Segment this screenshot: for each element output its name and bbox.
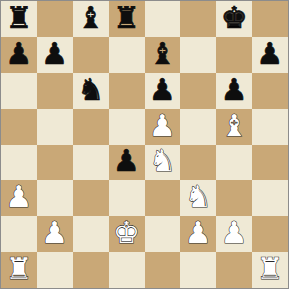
square-a7[interactable]: ♟ <box>1 37 37 73</box>
square-b8[interactable] <box>37 1 73 37</box>
chess-board: ♜♝♜♚♟♟♝♟♞♟♟♟♝♟♞♟♞♟♚♟♟♜♜ <box>0 0 289 289</box>
piece-white-knight: ♞ <box>185 182 212 212</box>
piece-black-pawn: ♟ <box>257 39 284 69</box>
square-g8[interactable]: ♚ <box>216 1 252 37</box>
piece-white-pawn: ♟ <box>221 218 248 248</box>
square-b2[interactable]: ♟ <box>37 216 73 252</box>
square-c3[interactable] <box>73 180 109 216</box>
piece-black-rook: ♜ <box>5 3 32 33</box>
square-g5[interactable]: ♝ <box>216 109 252 145</box>
square-e6[interactable]: ♟ <box>145 73 181 109</box>
square-b4[interactable] <box>37 145 73 181</box>
piece-black-king: ♚ <box>221 3 248 33</box>
square-c7[interactable] <box>73 37 109 73</box>
square-h3[interactable] <box>252 180 288 216</box>
piece-black-pawn: ♟ <box>41 39 68 69</box>
square-a5[interactable] <box>1 109 37 145</box>
square-e4[interactable]: ♞ <box>145 145 181 181</box>
square-c5[interactable] <box>73 109 109 145</box>
square-c6[interactable]: ♞ <box>73 73 109 109</box>
piece-black-rook: ♜ <box>113 3 140 33</box>
piece-black-pawn: ♟ <box>113 146 140 176</box>
square-f8[interactable] <box>180 1 216 37</box>
square-e7[interactable]: ♝ <box>145 37 181 73</box>
square-f6[interactable] <box>180 73 216 109</box>
piece-black-pawn: ♟ <box>221 75 248 105</box>
square-h8[interactable] <box>252 1 288 37</box>
square-b3[interactable] <box>37 180 73 216</box>
square-h6[interactable] <box>252 73 288 109</box>
piece-white-king: ♚ <box>113 218 140 248</box>
piece-white-rook: ♜ <box>257 254 284 284</box>
square-d1[interactable] <box>109 252 145 288</box>
square-d2[interactable]: ♚ <box>109 216 145 252</box>
piece-white-pawn: ♟ <box>5 182 32 212</box>
square-c2[interactable] <box>73 216 109 252</box>
piece-black-pawn: ♟ <box>149 75 176 105</box>
square-a2[interactable] <box>1 216 37 252</box>
piece-white-knight: ♞ <box>149 146 176 176</box>
piece-white-pawn: ♟ <box>149 111 176 141</box>
square-d3[interactable] <box>109 180 145 216</box>
square-g2[interactable]: ♟ <box>216 216 252 252</box>
square-d8[interactable]: ♜ <box>109 1 145 37</box>
square-h7[interactable]: ♟ <box>252 37 288 73</box>
square-h4[interactable] <box>252 145 288 181</box>
square-f5[interactable] <box>180 109 216 145</box>
square-g4[interactable] <box>216 145 252 181</box>
square-g7[interactable] <box>216 37 252 73</box>
square-g1[interactable] <box>216 252 252 288</box>
square-f1[interactable] <box>180 252 216 288</box>
square-c8[interactable]: ♝ <box>73 1 109 37</box>
square-c4[interactable] <box>73 145 109 181</box>
square-c1[interactable] <box>73 252 109 288</box>
piece-white-pawn: ♟ <box>41 218 68 248</box>
piece-black-bishop: ♝ <box>149 39 176 69</box>
square-h5[interactable] <box>252 109 288 145</box>
piece-black-bishop: ♝ <box>77 3 104 33</box>
square-d4[interactable]: ♟ <box>109 145 145 181</box>
piece-white-pawn: ♟ <box>185 218 212 248</box>
square-a6[interactable] <box>1 73 37 109</box>
square-e3[interactable] <box>145 180 181 216</box>
square-a1[interactable]: ♜ <box>1 252 37 288</box>
piece-white-bishop: ♝ <box>221 111 248 141</box>
square-f3[interactable]: ♞ <box>180 180 216 216</box>
square-d7[interactable] <box>109 37 145 73</box>
square-e2[interactable] <box>145 216 181 252</box>
square-b7[interactable]: ♟ <box>37 37 73 73</box>
square-e8[interactable] <box>145 1 181 37</box>
square-f7[interactable] <box>180 37 216 73</box>
square-h1[interactable]: ♜ <box>252 252 288 288</box>
square-g6[interactable]: ♟ <box>216 73 252 109</box>
piece-black-knight: ♞ <box>77 75 104 105</box>
square-g3[interactable] <box>216 180 252 216</box>
square-d6[interactable] <box>109 73 145 109</box>
piece-white-rook: ♜ <box>5 254 32 284</box>
square-a8[interactable]: ♜ <box>1 1 37 37</box>
square-b6[interactable] <box>37 73 73 109</box>
square-f4[interactable] <box>180 145 216 181</box>
square-d5[interactable] <box>109 109 145 145</box>
square-a4[interactable] <box>1 145 37 181</box>
square-h2[interactable] <box>252 216 288 252</box>
square-b1[interactable] <box>37 252 73 288</box>
square-e1[interactable] <box>145 252 181 288</box>
square-b5[interactable] <box>37 109 73 145</box>
square-f2[interactable]: ♟ <box>180 216 216 252</box>
square-a3[interactable]: ♟ <box>1 180 37 216</box>
piece-black-pawn: ♟ <box>5 39 32 69</box>
square-e5[interactable]: ♟ <box>145 109 181 145</box>
